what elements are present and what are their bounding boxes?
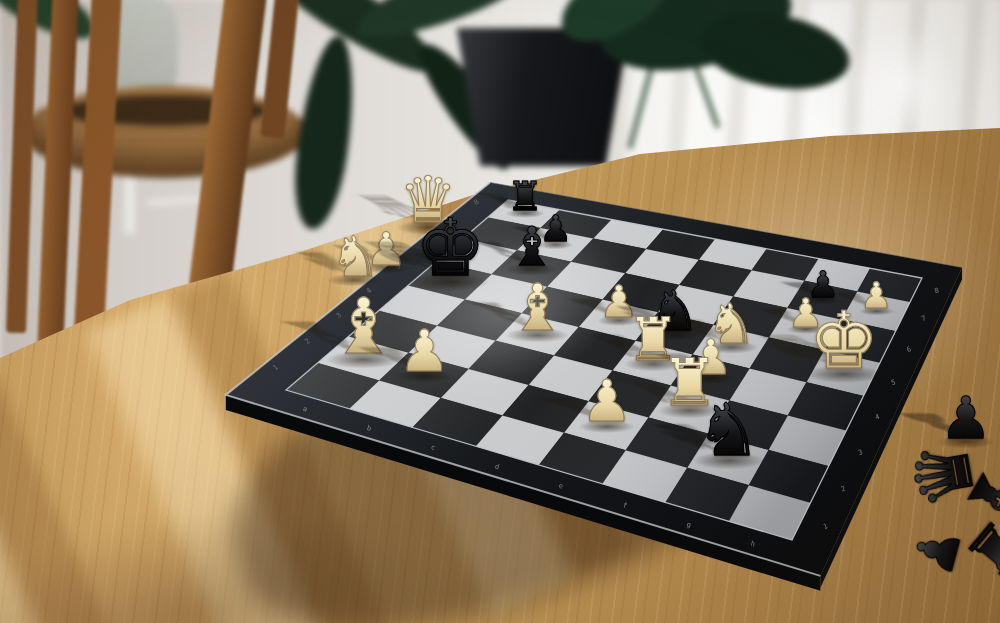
- black-bishop: ♝♝: [508, 220, 556, 273]
- white-knight: ♞♞: [330, 229, 380, 285]
- white-pawn: ♟♟: [399, 323, 451, 381]
- black-king: ♚♚: [415, 209, 486, 288]
- white-bishop-icon: ♝: [329, 289, 398, 366]
- black-king-icon: ♚: [415, 209, 486, 288]
- black-knight: ♞♞: [696, 394, 761, 467]
- white-bishop: ♝♝: [509, 276, 567, 341]
- scene: abcdefgh1234567812345678 ♜♜♟♟♝♝♚♚♞♞♟♟♞♞♝…: [0, 0, 1000, 623]
- black-pawn-icon: ♟: [906, 521, 971, 582]
- white-pawn-icon: ♟: [399, 323, 451, 381]
- black-bishop-icon: ♝: [508, 220, 556, 273]
- black-rook-icon: ♜: [507, 177, 543, 217]
- white-bishop: ♝♝: [329, 289, 398, 366]
- white-knight-icon: ♞: [330, 229, 380, 285]
- white-king-icon: ♚: [808, 302, 879, 381]
- white-pawn-icon: ♟: [581, 373, 633, 431]
- black-rook: ♜♜: [507, 177, 543, 217]
- black-knight-icon: ♞: [696, 394, 761, 467]
- white-pawn: ♟♟: [581, 373, 633, 431]
- white-bishop-icon: ♝: [509, 276, 567, 341]
- black-pawn: ♟: [906, 521, 971, 582]
- pieces-layer: ♜♜♟♟♝♝♚♚♞♞♟♟♞♞♝♝♟♟♝♝♟♟♟♟♜♜♜♜♟♟♞♞♟♟♚♚♟♟♛♛…: [0, 0, 1000, 623]
- white-king: ♚♚: [808, 302, 879, 381]
